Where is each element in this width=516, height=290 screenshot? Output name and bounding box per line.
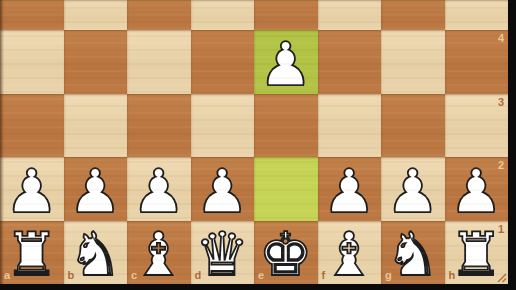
square-e4[interactable]: ♟︎ (254, 30, 318, 94)
white-pawn-c2[interactable]: ♟︎ (132, 161, 186, 221)
square-e5[interactable] (254, 0, 318, 30)
square-g4[interactable] (381, 30, 445, 94)
white-queen-d1[interactable]: ♛︎ (195, 224, 249, 284)
square-f1[interactable]: ♝︎f (318, 221, 382, 285)
rank-label-2: 2 (498, 160, 504, 171)
square-d5[interactable] (191, 0, 255, 30)
file-label-c: c (131, 270, 137, 281)
square-h1[interactable]: ♜︎1h (445, 221, 509, 285)
square-d1[interactable]: ♛︎d (191, 221, 255, 285)
square-a3[interactable] (0, 94, 64, 158)
rank-label-4: 4 (498, 33, 504, 44)
square-c5[interactable] (127, 0, 191, 30)
square-f3[interactable] (318, 94, 382, 158)
file-label-e: e (258, 270, 264, 281)
square-g5[interactable] (381, 0, 445, 30)
file-label-f: f (322, 270, 326, 281)
file-label-d: d (195, 270, 202, 281)
chessboard: ♟︎43♟︎♟︎♟︎♟︎♟︎♟︎♟︎2♜︎a♞︎b♝︎c♛︎d♚︎e♝︎f♞︎g… (0, 0, 516, 290)
square-c1[interactable]: ♝︎c (127, 221, 191, 285)
square-e3[interactable] (254, 94, 318, 158)
square-b3[interactable] (64, 94, 128, 158)
file-label-a: a (4, 270, 10, 281)
square-f4[interactable] (318, 30, 382, 94)
white-bishop-f1[interactable]: ♝︎ (322, 224, 376, 284)
square-h3[interactable]: 3 (445, 94, 509, 158)
square-g3[interactable] (381, 94, 445, 158)
square-b1[interactable]: ♞︎b (64, 221, 128, 285)
rank-label-3: 3 (498, 97, 504, 108)
white-pawn-f2[interactable]: ♟︎ (322, 161, 376, 221)
square-f5[interactable] (318, 0, 382, 30)
square-g2[interactable]: ♟︎ (381, 157, 445, 221)
square-f2[interactable]: ♟︎ (318, 157, 382, 221)
white-knight-g1[interactable]: ♞︎ (386, 224, 440, 284)
square-c2[interactable]: ♟︎ (127, 157, 191, 221)
square-c3[interactable] (127, 94, 191, 158)
square-c4[interactable] (127, 30, 191, 94)
square-b2[interactable]: ♟︎ (64, 157, 128, 221)
white-king-e1[interactable]: ♚︎ (259, 224, 313, 284)
square-b4[interactable] (64, 30, 128, 94)
square-a2[interactable]: ♟︎ (0, 157, 64, 221)
square-h5[interactable] (445, 0, 509, 30)
square-d2[interactable]: ♟︎ (191, 157, 255, 221)
white-rook-a1[interactable]: ♜︎ (5, 224, 59, 284)
white-pawn-e4[interactable]: ♟︎ (259, 34, 313, 94)
board-grid: ♟︎43♟︎♟︎♟︎♟︎♟︎♟︎♟︎2♜︎a♞︎b♝︎c♛︎d♚︎e♝︎f♞︎g… (0, 0, 508, 284)
white-pawn-d2[interactable]: ♟︎ (195, 161, 249, 221)
white-knight-b1[interactable]: ♞︎ (68, 224, 122, 284)
square-e2[interactable] (254, 157, 318, 221)
white-bishop-c1[interactable]: ♝︎ (132, 224, 186, 284)
white-pawn-g2[interactable]: ♟︎ (386, 161, 440, 221)
white-pawn-b2[interactable]: ♟︎ (68, 161, 122, 221)
file-label-h: h (449, 270, 456, 281)
square-b5[interactable] (64, 0, 128, 30)
rank-label-1: 1 (498, 224, 504, 235)
file-label-g: g (385, 270, 392, 281)
square-a4[interactable] (0, 30, 64, 94)
square-h2[interactable]: ♟︎2 (445, 157, 509, 221)
square-d3[interactable] (191, 94, 255, 158)
board-resize-handle-icon[interactable] (495, 271, 507, 283)
square-e1[interactable]: ♚︎e (254, 221, 318, 285)
square-h4[interactable]: 4 (445, 30, 509, 94)
square-g1[interactable]: ♞︎g (381, 221, 445, 285)
square-a1[interactable]: ♜︎a (0, 221, 64, 285)
white-pawn-h2[interactable]: ♟︎ (449, 161, 503, 221)
white-pawn-a2[interactable]: ♟︎ (5, 161, 59, 221)
square-a5[interactable] (0, 0, 64, 30)
file-label-b: b (68, 270, 75, 281)
square-d4[interactable] (191, 30, 255, 94)
